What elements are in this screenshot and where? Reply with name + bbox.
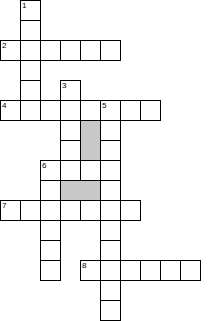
crossword-cell[interactable] bbox=[20, 60, 41, 81]
crossword-cell[interactable] bbox=[140, 100, 161, 121]
crossword-cell[interactable] bbox=[100, 100, 121, 121]
crossword-cell[interactable] bbox=[100, 240, 121, 261]
crossword-cell[interactable] bbox=[180, 260, 201, 281]
crossword-cell[interactable] bbox=[20, 40, 41, 61]
crossword-cell[interactable] bbox=[100, 180, 121, 201]
crossword-cell[interactable] bbox=[80, 260, 101, 281]
crossword-cell[interactable] bbox=[0, 40, 21, 61]
crossword-cell[interactable] bbox=[80, 100, 101, 121]
crossword-cell[interactable] bbox=[40, 100, 61, 121]
crossword-cell[interactable] bbox=[40, 40, 61, 61]
crossword-cell[interactable] bbox=[60, 160, 81, 181]
blocked-cells bbox=[80, 120, 101, 161]
crossword-cell[interactable] bbox=[20, 200, 41, 221]
crossword-cell[interactable] bbox=[100, 280, 121, 301]
crossword-cell[interactable] bbox=[100, 300, 121, 321]
crossword-cell[interactable] bbox=[60, 40, 81, 61]
crossword-cell[interactable] bbox=[100, 160, 121, 181]
crossword-cell[interactable] bbox=[20, 80, 41, 101]
crossword-cell[interactable] bbox=[100, 200, 121, 221]
crossword-cell[interactable] bbox=[20, 100, 41, 121]
crossword-cell[interactable] bbox=[120, 260, 141, 281]
crossword-cell[interactable] bbox=[20, 20, 41, 41]
crossword-cell[interactable] bbox=[60, 140, 81, 161]
crossword-cell[interactable] bbox=[40, 200, 61, 221]
crossword-cell[interactable] bbox=[60, 100, 81, 121]
crossword-cell[interactable] bbox=[60, 80, 81, 101]
crossword-cell[interactable] bbox=[120, 200, 141, 221]
crossword-cell[interactable] bbox=[40, 260, 61, 281]
crossword-cell[interactable] bbox=[160, 260, 181, 281]
crossword-cell[interactable] bbox=[100, 220, 121, 241]
crossword-puzzle-page: 12345678 bbox=[0, 0, 221, 321]
blocked-cells bbox=[60, 180, 101, 201]
crossword-cell[interactable] bbox=[80, 160, 101, 181]
crossword-cell[interactable] bbox=[40, 240, 61, 261]
crossword-board: 12345678 bbox=[0, 0, 221, 321]
crossword-cell[interactable] bbox=[80, 40, 101, 61]
crossword-cell[interactable] bbox=[0, 100, 21, 121]
crossword-cell[interactable] bbox=[20, 0, 41, 21]
crossword-cell[interactable] bbox=[60, 200, 81, 221]
crossword-cell[interactable] bbox=[120, 100, 141, 121]
crossword-cell[interactable] bbox=[80, 200, 101, 221]
crossword-cell[interactable] bbox=[100, 120, 121, 141]
crossword-cell[interactable] bbox=[40, 160, 61, 181]
crossword-cell[interactable] bbox=[140, 260, 161, 281]
crossword-cell[interactable] bbox=[0, 200, 21, 221]
crossword-cell[interactable] bbox=[100, 40, 121, 61]
crossword-cell[interactable] bbox=[40, 220, 61, 241]
crossword-cell[interactable] bbox=[40, 180, 61, 201]
crossword-cell[interactable] bbox=[100, 260, 121, 281]
crossword-cell[interactable] bbox=[100, 140, 121, 161]
crossword-cell[interactable] bbox=[60, 120, 81, 141]
